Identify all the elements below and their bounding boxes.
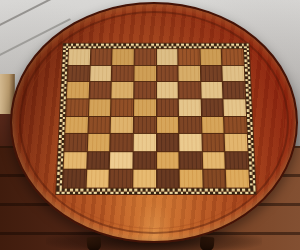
square-f6[interactable] bbox=[179, 82, 201, 98]
square-g5[interactable] bbox=[201, 99, 223, 115]
square-c8[interactable] bbox=[112, 49, 133, 64]
square-e1[interactable] bbox=[157, 170, 179, 187]
square-h2[interactable] bbox=[226, 152, 249, 169]
scene bbox=[0, 0, 300, 250]
square-a7[interactable] bbox=[68, 66, 90, 82]
square-c6[interactable] bbox=[112, 82, 134, 98]
square-h4[interactable] bbox=[224, 116, 246, 133]
square-a5[interactable] bbox=[66, 99, 88, 115]
wall-seam-line bbox=[0, 0, 59, 27]
table-leg-left bbox=[87, 237, 102, 250]
square-a8[interactable] bbox=[68, 49, 90, 64]
square-f5[interactable] bbox=[179, 99, 201, 115]
square-d7[interactable] bbox=[134, 66, 155, 82]
square-b3[interactable] bbox=[87, 134, 109, 151]
square-e2[interactable] bbox=[157, 152, 179, 169]
square-f4[interactable] bbox=[179, 116, 201, 133]
square-e6[interactable] bbox=[156, 82, 177, 98]
square-g7[interactable] bbox=[201, 66, 223, 82]
square-g1[interactable] bbox=[203, 170, 226, 187]
square-b6[interactable] bbox=[89, 82, 111, 98]
board-grid bbox=[62, 48, 251, 188]
square-d5[interactable] bbox=[134, 99, 156, 115]
square-g8[interactable] bbox=[200, 49, 221, 64]
square-h6[interactable] bbox=[223, 82, 245, 98]
square-c5[interactable] bbox=[111, 99, 133, 115]
square-f8[interactable] bbox=[178, 49, 199, 64]
square-f1[interactable] bbox=[180, 170, 203, 187]
square-d3[interactable] bbox=[133, 134, 155, 151]
square-d2[interactable] bbox=[133, 152, 155, 169]
checkered-banding-bottom bbox=[56, 189, 255, 194]
square-h7[interactable] bbox=[223, 66, 245, 82]
square-e3[interactable] bbox=[157, 134, 179, 151]
square-e4[interactable] bbox=[157, 116, 179, 133]
square-e8[interactable] bbox=[156, 49, 177, 64]
square-b1[interactable] bbox=[86, 170, 109, 187]
square-h1[interactable] bbox=[226, 170, 249, 187]
round-table-top bbox=[10, 2, 298, 243]
square-f3[interactable] bbox=[179, 134, 201, 151]
square-d6[interactable] bbox=[134, 82, 155, 98]
square-h3[interactable] bbox=[225, 134, 248, 151]
square-c1[interactable] bbox=[110, 170, 133, 187]
square-b8[interactable] bbox=[90, 49, 111, 64]
square-c7[interactable] bbox=[112, 66, 133, 82]
square-c3[interactable] bbox=[110, 134, 132, 151]
square-d1[interactable] bbox=[133, 170, 155, 187]
square-a1[interactable] bbox=[63, 170, 86, 187]
square-f2[interactable] bbox=[180, 152, 202, 169]
square-e5[interactable] bbox=[156, 99, 178, 115]
square-b7[interactable] bbox=[90, 66, 112, 82]
square-g4[interactable] bbox=[202, 116, 224, 133]
square-e7[interactable] bbox=[156, 66, 177, 82]
table-leg-right bbox=[200, 237, 215, 250]
square-b5[interactable] bbox=[89, 99, 111, 115]
square-b4[interactable] bbox=[88, 116, 110, 133]
chessboard bbox=[55, 43, 257, 195]
square-d8[interactable] bbox=[134, 49, 155, 64]
square-g3[interactable] bbox=[202, 134, 224, 151]
square-h5[interactable] bbox=[224, 99, 246, 115]
square-h8[interactable] bbox=[222, 49, 244, 64]
square-g2[interactable] bbox=[203, 152, 226, 169]
square-g6[interactable] bbox=[201, 82, 223, 98]
square-d4[interactable] bbox=[134, 116, 156, 133]
square-a3[interactable] bbox=[64, 134, 87, 151]
square-b2[interactable] bbox=[87, 152, 110, 169]
square-c2[interactable] bbox=[110, 152, 132, 169]
square-a2[interactable] bbox=[64, 152, 87, 169]
square-f7[interactable] bbox=[179, 66, 200, 82]
square-c4[interactable] bbox=[111, 116, 133, 133]
square-a6[interactable] bbox=[67, 82, 89, 98]
square-a4[interactable] bbox=[65, 116, 87, 133]
